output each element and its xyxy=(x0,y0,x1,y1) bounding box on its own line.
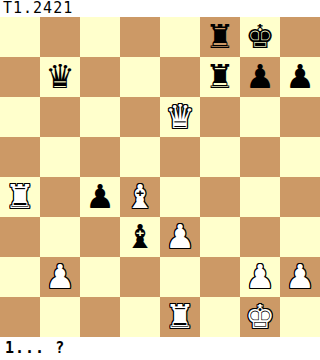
square-h2[interactable]: ♟ xyxy=(280,257,320,297)
square-g5[interactable] xyxy=(240,137,280,177)
black-pawn-icon: ♟ xyxy=(245,57,275,97)
square-c5[interactable] xyxy=(80,137,120,177)
white-pawn-icon: ♟ xyxy=(45,257,75,297)
square-d7[interactable] xyxy=(120,57,160,97)
square-c6[interactable] xyxy=(80,97,120,137)
square-e2[interactable] xyxy=(160,257,200,297)
square-a4[interactable]: ♜ xyxy=(0,177,40,217)
square-b5[interactable] xyxy=(40,137,80,177)
square-g7[interactable]: ♟ xyxy=(240,57,280,97)
white-queen-icon: ♛ xyxy=(165,97,195,137)
square-b3[interactable] xyxy=(40,217,80,257)
square-d2[interactable] xyxy=(120,257,160,297)
square-c7[interactable] xyxy=(80,57,120,97)
square-h1[interactable] xyxy=(280,297,320,337)
black-king-icon: ♚ xyxy=(245,17,275,57)
move-prompt: 1... ? xyxy=(0,337,320,360)
square-c2[interactable] xyxy=(80,257,120,297)
square-g1[interactable]: ♚ xyxy=(240,297,280,337)
chess-puzzle-page: T1.2421 ♜♚♛♜♟♟♛♜♟♝♝♟♟♟♟♜♚ 1... ? xyxy=(0,0,320,360)
square-h7[interactable]: ♟ xyxy=(280,57,320,97)
square-c8[interactable] xyxy=(80,17,120,57)
square-a7[interactable] xyxy=(0,57,40,97)
square-f2[interactable] xyxy=(200,257,240,297)
square-e8[interactable] xyxy=(160,17,200,57)
square-e6[interactable]: ♛ xyxy=(160,97,200,137)
square-f3[interactable] xyxy=(200,217,240,257)
black-rook-icon: ♜ xyxy=(205,57,235,97)
square-d3[interactable]: ♝ xyxy=(120,217,160,257)
square-g2[interactable]: ♟ xyxy=(240,257,280,297)
square-a3[interactable] xyxy=(0,217,40,257)
square-h8[interactable] xyxy=(280,17,320,57)
square-g4[interactable] xyxy=(240,177,280,217)
white-rook-icon: ♜ xyxy=(165,297,195,337)
square-a2[interactable] xyxy=(0,257,40,297)
square-e1[interactable]: ♜ xyxy=(160,297,200,337)
square-f7[interactable]: ♜ xyxy=(200,57,240,97)
white-pawn-icon: ♟ xyxy=(165,217,195,257)
square-a8[interactable] xyxy=(0,17,40,57)
puzzle-id: T1.2421 xyxy=(0,0,320,17)
square-b4[interactable] xyxy=(40,177,80,217)
square-f6[interactable] xyxy=(200,97,240,137)
square-c4[interactable]: ♟ xyxy=(80,177,120,217)
square-d8[interactable] xyxy=(120,17,160,57)
white-rook-icon: ♜ xyxy=(5,177,35,217)
square-h4[interactable] xyxy=(280,177,320,217)
square-f5[interactable] xyxy=(200,137,240,177)
square-b2[interactable]: ♟ xyxy=(40,257,80,297)
black-rook-icon: ♜ xyxy=(205,17,235,57)
square-h3[interactable] xyxy=(280,217,320,257)
square-c3[interactable] xyxy=(80,217,120,257)
chess-board: ♜♚♛♜♟♟♛♜♟♝♝♟♟♟♟♜♚ xyxy=(0,17,320,337)
square-a1[interactable] xyxy=(0,297,40,337)
square-a5[interactable] xyxy=(0,137,40,177)
square-g6[interactable] xyxy=(240,97,280,137)
square-c1[interactable] xyxy=(80,297,120,337)
square-a6[interactable] xyxy=(0,97,40,137)
square-f1[interactable] xyxy=(200,297,240,337)
square-b1[interactable] xyxy=(40,297,80,337)
square-d4[interactable]: ♝ xyxy=(120,177,160,217)
square-d1[interactable] xyxy=(120,297,160,337)
white-pawn-icon: ♟ xyxy=(245,257,275,297)
square-g3[interactable] xyxy=(240,217,280,257)
black-pawn-icon: ♟ xyxy=(285,57,315,97)
square-g8[interactable]: ♚ xyxy=(240,17,280,57)
black-pawn-icon: ♟ xyxy=(85,177,115,217)
square-f8[interactable]: ♜ xyxy=(200,17,240,57)
square-b8[interactable] xyxy=(40,17,80,57)
white-pawn-icon: ♟ xyxy=(285,257,315,297)
square-e5[interactable] xyxy=(160,137,200,177)
square-b6[interactable] xyxy=(40,97,80,137)
square-d5[interactable] xyxy=(120,137,160,177)
square-d6[interactable] xyxy=(120,97,160,137)
square-h5[interactable] xyxy=(280,137,320,177)
square-b7[interactable]: ♛ xyxy=(40,57,80,97)
white-bishop-icon: ♝ xyxy=(125,177,155,217)
square-f4[interactable] xyxy=(200,177,240,217)
black-bishop-icon: ♝ xyxy=(125,217,155,257)
white-king-icon: ♚ xyxy=(245,297,275,337)
black-queen-icon: ♛ xyxy=(45,57,75,97)
square-e4[interactable] xyxy=(160,177,200,217)
square-e3[interactable]: ♟ xyxy=(160,217,200,257)
square-h6[interactable] xyxy=(280,97,320,137)
square-e7[interactable] xyxy=(160,57,200,97)
